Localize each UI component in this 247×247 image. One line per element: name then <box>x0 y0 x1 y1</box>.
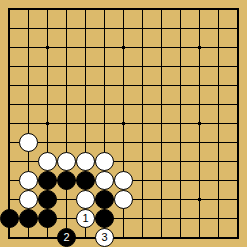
board-point-c6-r10[interactable] <box>95 171 114 190</box>
grid-line-horizontal <box>9 85 19 86</box>
black-stone-move-2: 2 <box>57 228 76 247</box>
board-point-c12-r11[interactable] <box>209 190 228 209</box>
board-point-c8-r5[interactable] <box>133 76 152 95</box>
board-point-c4-r13[interactable]: 2 <box>57 228 76 247</box>
grid-line-vertical <box>47 76 48 95</box>
grid-line-vertical <box>180 76 181 95</box>
board-point-c12-r3[interactable] <box>209 38 228 57</box>
board-point-c13-r11[interactable] <box>228 190 247 209</box>
grid-line-vertical <box>28 76 29 95</box>
grid-line-vertical <box>180 114 181 133</box>
board-point-c1-r7[interactable] <box>0 114 19 133</box>
board-point-c13-r2[interactable] <box>228 19 247 38</box>
board-point-c8-r9[interactable] <box>133 152 152 171</box>
board-point-c7-r8[interactable] <box>114 133 133 152</box>
black-stone <box>76 171 95 190</box>
board-point-c2-r3[interactable] <box>19 38 38 57</box>
grid-line-vertical <box>218 114 219 133</box>
board-point-c8-r13[interactable] <box>133 228 152 247</box>
board-point-c6-r13[interactable]: 3 <box>95 228 114 247</box>
grid-line-vertical <box>180 95 181 114</box>
grid-line-vertical <box>142 57 143 76</box>
grid-line-vertical <box>85 133 86 152</box>
board-point-c4-r7[interactable] <box>57 114 76 133</box>
white-stone <box>114 190 133 209</box>
board-point-c2-r4[interactable] <box>19 57 38 76</box>
board-point-c1-r5[interactable] <box>0 76 19 95</box>
board-point-c9-r8[interactable] <box>152 133 171 152</box>
board-point-c4-r3[interactable] <box>57 38 76 57</box>
board-point-c2-r13[interactable] <box>19 228 38 247</box>
grid-line-vertical <box>9 38 10 57</box>
board-point-c6-r6[interactable] <box>95 95 114 114</box>
board-point-c3-r8[interactable] <box>38 133 57 152</box>
grid-line-vertical <box>237 76 238 95</box>
grid-line-vertical <box>123 152 124 171</box>
board-point-c9-r7[interactable] <box>152 114 171 133</box>
board-point-c12-r6[interactable] <box>209 95 228 114</box>
board-point-c7-r6[interactable] <box>114 95 133 114</box>
grid-line-vertical <box>66 76 67 95</box>
board-point-c7-r11[interactable] <box>114 190 133 209</box>
grid-line-horizontal <box>9 180 19 181</box>
black-stone <box>95 190 114 209</box>
board-point-c1-r11[interactable] <box>0 190 19 209</box>
board-point-c11-r4[interactable] <box>190 57 209 76</box>
grid-line-vertical <box>237 171 238 190</box>
board-point-c2-r11[interactable] <box>19 190 38 209</box>
grid-line-vertical <box>9 95 10 114</box>
grid-line-vertical <box>218 38 219 57</box>
grid-line-horizontal <box>9 237 19 238</box>
grid-line-vertical <box>218 152 219 171</box>
grid-line-vertical <box>237 190 238 209</box>
board-point-c3-r3[interactable] <box>38 38 57 57</box>
board-point-c13-r5[interactable] <box>228 76 247 95</box>
board-point-c6-r8[interactable] <box>95 133 114 152</box>
grid-line-vertical <box>66 19 67 38</box>
grid-line-horizontal <box>9 66 19 67</box>
board-point-c5-r7[interactable] <box>76 114 95 133</box>
grid-line-vertical <box>218 9 219 19</box>
board-point-c8-r12[interactable] <box>133 209 152 228</box>
go-board: 123 <box>0 0 247 247</box>
white-stone-move-1: 1 <box>76 209 95 228</box>
board-point-c13-r3[interactable] <box>228 38 247 57</box>
star-point <box>198 122 201 125</box>
grid-line-vertical <box>104 9 105 19</box>
board-point-c10-r2[interactable] <box>171 19 190 38</box>
white-stone <box>19 171 38 190</box>
board-point-c7-r7[interactable] <box>114 114 133 133</box>
board-point-c5-r3[interactable] <box>76 38 95 57</box>
board-point-c13-r13[interactable] <box>228 228 247 247</box>
grid-line-vertical <box>28 95 29 114</box>
grid-line-vertical <box>199 19 200 38</box>
board-point-c10-r12[interactable] <box>171 209 190 228</box>
board-point-c11-r6[interactable] <box>190 95 209 114</box>
board-point-c9-r13[interactable] <box>152 228 171 247</box>
board-point-c8-r8[interactable] <box>133 133 152 152</box>
board-point-c4-r8[interactable] <box>57 133 76 152</box>
grid-line-vertical <box>218 95 219 114</box>
board-point-c7-r13[interactable] <box>114 228 133 247</box>
board-point-c7-r3[interactable] <box>114 38 133 57</box>
board-point-c9-r3[interactable] <box>152 38 171 57</box>
grid-line-vertical <box>142 190 143 209</box>
white-stone-move-3: 3 <box>95 228 114 247</box>
grid-line-vertical <box>66 190 67 209</box>
board-point-c5-r8[interactable] <box>76 133 95 152</box>
grid-line-horizontal <box>9 199 19 200</box>
white-stone <box>38 152 57 171</box>
grid-line-vertical <box>237 9 238 19</box>
black-stone <box>19 209 38 228</box>
grid-line-vertical <box>28 19 29 38</box>
board-point-c6-r5[interactable] <box>95 76 114 95</box>
grid-line-vertical <box>237 209 238 228</box>
board-point-c4-r2[interactable] <box>57 19 76 38</box>
board-point-c9-r12[interactable] <box>152 209 171 228</box>
board-point-c10-r8[interactable] <box>171 133 190 152</box>
board-point-c8-r3[interactable] <box>133 38 152 57</box>
board-point-c5-r9[interactable] <box>76 152 95 171</box>
board-point-c10-r7[interactable] <box>171 114 190 133</box>
board-point-c5-r5[interactable] <box>76 76 95 95</box>
board-point-c10-r6[interactable] <box>171 95 190 114</box>
grid-line-vertical <box>47 19 48 38</box>
board-point-c8-r10[interactable] <box>133 171 152 190</box>
board-point-c1-r1[interactable] <box>0 0 19 19</box>
board-point-c5-r12[interactable]: 1 <box>76 209 95 228</box>
grid-line-vertical <box>180 9 181 19</box>
grid-line-vertical <box>47 133 48 152</box>
grid-line-vertical <box>142 9 143 19</box>
board-point-c12-r9[interactable] <box>209 152 228 171</box>
grid-line-vertical <box>237 114 238 133</box>
grid-line-vertical <box>66 209 67 228</box>
white-stone <box>114 171 133 190</box>
board-point-c3-r9[interactable] <box>38 152 57 171</box>
grid-line-vertical <box>9 171 10 190</box>
grid-line-horizontal <box>9 142 19 143</box>
board-point-c3-r2[interactable] <box>38 19 57 38</box>
black-stone <box>0 209 19 228</box>
board-point-c13-r9[interactable] <box>228 152 247 171</box>
grid-line-vertical <box>180 209 181 228</box>
grid-line-vertical <box>47 57 48 76</box>
board-point-c11-r9[interactable] <box>190 152 209 171</box>
board-point-c7-r9[interactable] <box>114 152 133 171</box>
board-point-c5-r10[interactable] <box>76 171 95 190</box>
board-point-c6-r2[interactable] <box>95 19 114 38</box>
board-point-c10-r10[interactable] <box>171 171 190 190</box>
board-point-c2-r7[interactable] <box>19 114 38 133</box>
board-point-c10-r3[interactable] <box>171 38 190 57</box>
grid-line-vertical <box>9 57 10 76</box>
grid-line-horizontal <box>9 104 19 105</box>
board-point-c5-r6[interactable] <box>76 95 95 114</box>
grid-line-vertical <box>85 57 86 76</box>
board-point-c10-r1[interactable] <box>171 0 190 19</box>
grid-line-vertical <box>161 114 162 133</box>
grid-line-vertical <box>123 57 124 76</box>
board-point-c13-r12[interactable] <box>228 209 247 228</box>
board-point-c1-r12[interactable] <box>0 209 19 228</box>
white-stone <box>76 190 95 209</box>
grid-line-vertical <box>85 38 86 57</box>
grid-line-vertical <box>28 114 29 133</box>
board-point-c3-r6[interactable] <box>38 95 57 114</box>
board-point-c7-r12[interactable] <box>114 209 133 228</box>
grid-line-vertical <box>9 152 10 171</box>
board-point-c4-r11[interactable] <box>57 190 76 209</box>
grid-line-vertical <box>199 57 200 76</box>
board-point-c1-r8[interactable] <box>0 133 19 152</box>
grid-line-vertical <box>85 114 86 133</box>
grid-line-vertical <box>9 9 10 19</box>
grid-line-vertical <box>142 19 143 38</box>
board-point-c2-r5[interactable] <box>19 76 38 95</box>
grid-line-vertical <box>218 133 219 152</box>
board-point-c11-r3[interactable] <box>190 38 209 57</box>
board-point-c6-r12[interactable] <box>95 209 114 228</box>
grid-line-vertical <box>180 171 181 190</box>
grid-line-vertical <box>161 57 162 76</box>
board-point-c6-r3[interactable] <box>95 38 114 57</box>
white-stone <box>19 190 38 209</box>
grid-line-vertical <box>237 57 238 76</box>
board-point-c3-r13[interactable] <box>38 228 57 247</box>
board-point-c10-r13[interactable] <box>171 228 190 247</box>
board-point-c4-r5[interactable] <box>57 76 76 95</box>
board-point-c9-r9[interactable] <box>152 152 171 171</box>
grid-line-vertical <box>47 95 48 114</box>
board-point-c6-r4[interactable] <box>95 57 114 76</box>
board-point-c1-r2[interactable] <box>0 19 19 38</box>
grid-line-vertical <box>161 19 162 38</box>
board-point-c11-r10[interactable] <box>190 171 209 190</box>
board-point-c7-r1[interactable] <box>114 0 133 19</box>
board-point-c4-r6[interactable] <box>57 95 76 114</box>
grid-line-vertical <box>104 114 105 133</box>
board-point-c6-r1[interactable] <box>95 0 114 19</box>
grid-line-vertical <box>85 9 86 19</box>
board-point-c11-r13[interactable] <box>190 228 209 247</box>
board-point-c4-r4[interactable] <box>57 57 76 76</box>
grid-line-horizontal <box>9 123 19 124</box>
board-point-c5-r2[interactable] <box>76 19 95 38</box>
board-point-c1-r10[interactable] <box>0 171 19 190</box>
grid-line-vertical <box>9 190 10 209</box>
board-point-c13-r6[interactable] <box>228 95 247 114</box>
grid-line-vertical <box>123 95 124 114</box>
grid-line-vertical <box>123 19 124 38</box>
board-point-c12-r2[interactable] <box>209 19 228 38</box>
grid-line-vertical <box>218 57 219 76</box>
board-point-c2-r9[interactable] <box>19 152 38 171</box>
board-point-c11-r11[interactable] <box>190 190 209 209</box>
board-point-c5-r1[interactable] <box>76 0 95 19</box>
board-point-c4-r10[interactable] <box>57 171 76 190</box>
board-point-c3-r1[interactable] <box>38 0 57 19</box>
grid-line-vertical <box>161 133 162 152</box>
board-point-c2-r8[interactable] <box>19 133 38 152</box>
board-point-c10-r4[interactable] <box>171 57 190 76</box>
board-point-c3-r10[interactable] <box>38 171 57 190</box>
white-stone <box>95 171 114 190</box>
grid-line-vertical <box>237 38 238 57</box>
grid-line-vertical <box>161 171 162 190</box>
board-point-c12-r12[interactable] <box>209 209 228 228</box>
grid-line-vertical <box>66 95 67 114</box>
grid-line-vertical <box>9 133 10 152</box>
board-point-c10-r5[interactable] <box>171 76 190 95</box>
board-point-c6-r11[interactable] <box>95 190 114 209</box>
board-point-c7-r5[interactable] <box>114 76 133 95</box>
star-point <box>198 198 201 201</box>
grid-line-vertical <box>218 190 219 209</box>
board-point-c6-r9[interactable] <box>95 152 114 171</box>
black-stone <box>38 171 57 190</box>
white-stone <box>76 152 95 171</box>
grid-line-vertical <box>66 114 67 133</box>
board-point-c8-r7[interactable] <box>133 114 152 133</box>
board-point-c10-r9[interactable] <box>171 152 190 171</box>
grid-line-vertical <box>142 171 143 190</box>
grid-line-vertical <box>237 19 238 38</box>
board-point-c3-r4[interactable] <box>38 57 57 76</box>
grid-line-vertical <box>180 19 181 38</box>
grid-line-vertical <box>104 57 105 76</box>
grid-line-horizontal <box>9 9 19 10</box>
grid-line-vertical <box>142 133 143 152</box>
board-point-c8-r1[interactable] <box>133 0 152 19</box>
grid-line-vertical <box>199 209 200 228</box>
board-point-c2-r6[interactable] <box>19 95 38 114</box>
grid-line-vertical <box>218 76 219 95</box>
board-point-c11-r7[interactable] <box>190 114 209 133</box>
board-point-c11-r8[interactable] <box>190 133 209 152</box>
grid-line-vertical <box>161 38 162 57</box>
board-point-c4-r1[interactable] <box>57 0 76 19</box>
board-point-c6-r7[interactable] <box>95 114 114 133</box>
board-point-c9-r6[interactable] <box>152 95 171 114</box>
board-point-c1-r3[interactable] <box>0 38 19 57</box>
star-point <box>198 46 201 49</box>
board-point-c2-r2[interactable] <box>19 19 38 38</box>
board-point-c13-r7[interactable] <box>228 114 247 133</box>
board-point-c9-r10[interactable] <box>152 171 171 190</box>
star-point <box>122 46 125 49</box>
grid-line-vertical <box>47 9 48 19</box>
board-point-c2-r12[interactable] <box>19 209 38 228</box>
board-point-c11-r1[interactable] <box>190 0 209 19</box>
board-point-c13-r4[interactable] <box>228 57 247 76</box>
board-point-c11-r12[interactable] <box>190 209 209 228</box>
grid-line-vertical <box>28 38 29 57</box>
board-point-c1-r13[interactable] <box>0 228 19 247</box>
board-point-c9-r11[interactable] <box>152 190 171 209</box>
grid-line-vertical <box>218 209 219 228</box>
grid-line-vertical <box>28 57 29 76</box>
grid-line-vertical <box>142 152 143 171</box>
board-point-c9-r4[interactable] <box>152 57 171 76</box>
board-point-c11-r5[interactable] <box>190 76 209 95</box>
board-point-c3-r12[interactable] <box>38 209 57 228</box>
grid-line-vertical <box>180 57 181 76</box>
board-point-c8-r11[interactable] <box>133 190 152 209</box>
grid-line-vertical <box>161 228 162 238</box>
board-point-c8-r4[interactable] <box>133 57 152 76</box>
board-point-c12-r5[interactable] <box>209 76 228 95</box>
board-point-c5-r13[interactable] <box>76 228 95 247</box>
board-point-c3-r7[interactable] <box>38 114 57 133</box>
grid-line-vertical <box>142 209 143 228</box>
board-point-c7-r4[interactable] <box>114 57 133 76</box>
grid-line-vertical <box>104 95 105 114</box>
board-point-c12-r7[interactable] <box>209 114 228 133</box>
grid-line-vertical <box>47 228 48 238</box>
board-point-c12-r8[interactable] <box>209 133 228 152</box>
grid-line-vertical <box>9 228 10 238</box>
board-point-c13-r8[interactable] <box>228 133 247 152</box>
board-point-c1-r9[interactable] <box>0 152 19 171</box>
grid-line-vertical <box>66 133 67 152</box>
grid-line-vertical <box>66 9 67 19</box>
grid-line-vertical <box>9 114 10 133</box>
board-point-c2-r1[interactable] <box>19 0 38 19</box>
star-point <box>46 46 49 49</box>
board-point-c5-r11[interactable] <box>76 190 95 209</box>
board-point-c8-r6[interactable] <box>133 95 152 114</box>
grid-line-vertical <box>142 38 143 57</box>
grid-line-vertical <box>142 228 143 238</box>
board-point-c9-r1[interactable] <box>152 0 171 19</box>
board-point-c3-r5[interactable] <box>38 76 57 95</box>
grid-line-vertical <box>199 95 200 114</box>
board-point-c8-r2[interactable] <box>133 19 152 38</box>
grid-line-vertical <box>180 228 181 238</box>
board-point-c2-r10[interactable] <box>19 171 38 190</box>
board-point-c9-r5[interactable] <box>152 76 171 95</box>
board-point-c4-r12[interactable] <box>57 209 76 228</box>
board-point-c7-r10[interactable] <box>114 171 133 190</box>
board-point-c4-r9[interactable] <box>57 152 76 171</box>
grid-line-vertical <box>199 76 200 95</box>
board-point-c13-r10[interactable] <box>228 171 247 190</box>
board-point-c12-r10[interactable] <box>209 171 228 190</box>
board-point-c3-r11[interactable] <box>38 190 57 209</box>
board-point-c1-r4[interactable] <box>0 57 19 76</box>
board-point-c10-r11[interactable] <box>171 190 190 209</box>
board-point-c11-r2[interactable] <box>190 19 209 38</box>
board-point-c1-r6[interactable] <box>0 95 19 114</box>
board-point-c13-r1[interactable] <box>228 0 247 19</box>
board-point-c12-r4[interactable] <box>209 57 228 76</box>
grid-line-horizontal <box>9 28 19 29</box>
grid-line-vertical <box>85 228 86 238</box>
board-point-c7-r2[interactable] <box>114 19 133 38</box>
grid-line-vertical <box>161 95 162 114</box>
board-point-c9-r2[interactable] <box>152 19 171 38</box>
grid-line-vertical <box>237 95 238 114</box>
grid-line-vertical <box>161 190 162 209</box>
board-point-c5-r4[interactable] <box>76 57 95 76</box>
grid-line-vertical <box>218 19 219 38</box>
board-point-c12-r13[interactable] <box>209 228 228 247</box>
board-point-c12-r1[interactable] <box>209 0 228 19</box>
